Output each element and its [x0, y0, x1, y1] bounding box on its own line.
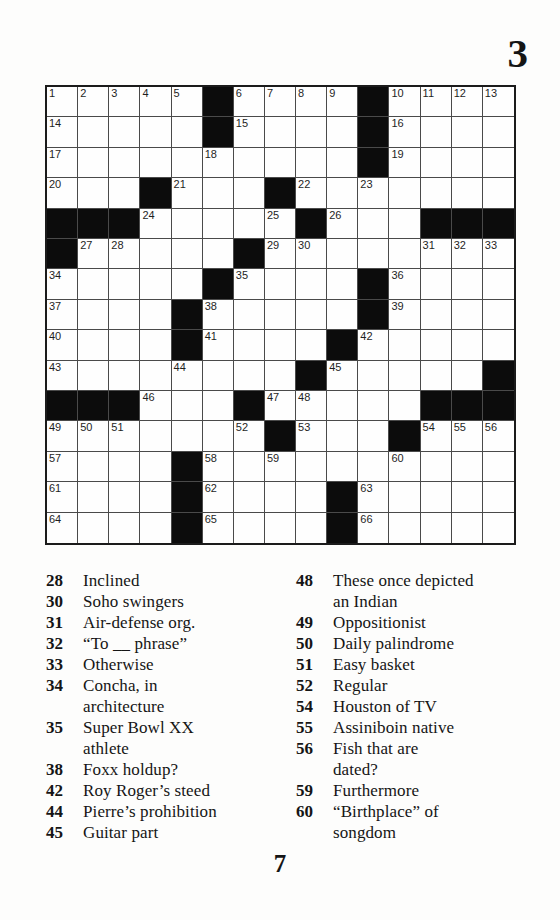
grid-cell[interactable] — [483, 452, 514, 482]
block-cell — [452, 391, 483, 421]
grid-cell[interactable] — [203, 391, 234, 421]
grid-cell[interactable]: 4 — [140, 87, 171, 117]
cell-number: 53 — [298, 421, 310, 433]
grid-cell[interactable]: 1 — [47, 87, 78, 117]
grid-cell[interactable] — [389, 209, 420, 239]
clue-line: Fish that are — [333, 738, 418, 759]
clue-item: 30Soho swingers — [46, 591, 286, 612]
grid-cell[interactable]: 33 — [483, 239, 514, 269]
grid-cell[interactable]: 16 — [389, 117, 420, 147]
grid-cell[interactable]: 49 — [47, 421, 78, 451]
clue-line: Daily palindrome — [333, 633, 454, 654]
clue-item: 51Easy basket — [296, 654, 548, 675]
clue-line: Super Bowl XX — [83, 717, 194, 738]
grid-cell[interactable] — [78, 482, 109, 512]
grid-cell[interactable] — [78, 330, 109, 360]
clue-line: “Birthplace” of — [333, 801, 439, 822]
grid-cell[interactable] — [483, 269, 514, 299]
grid-cell[interactable] — [109, 361, 140, 391]
grid-cell[interactable] — [421, 178, 452, 208]
grid-cell[interactable]: 34 — [47, 269, 78, 299]
grid-cell[interactable] — [389, 330, 420, 360]
block-cell — [358, 148, 389, 178]
grid-cell[interactable] — [421, 513, 452, 543]
grid-cell[interactable] — [327, 391, 358, 421]
grid-cell[interactable] — [78, 361, 109, 391]
grid-cell[interactable] — [389, 482, 420, 512]
grid-cell[interactable] — [327, 148, 358, 178]
grid-cell[interactable] — [78, 148, 109, 178]
clue-line: Easy basket — [333, 654, 415, 675]
grid-cell[interactable]: 56 — [483, 421, 514, 451]
cell-number: 44 — [174, 361, 186, 373]
grid-cell[interactable]: 30 — [296, 239, 327, 269]
grid-cell[interactable] — [78, 513, 109, 543]
grid-cell[interactable]: 3 — [109, 87, 140, 117]
clue-number: 28 — [46, 570, 70, 591]
grid-cell[interactable]: 48 — [296, 391, 327, 421]
cell-number: 21 — [174, 178, 186, 190]
grid-cell[interactable] — [389, 391, 420, 421]
clue-line: Oppositionist — [333, 612, 426, 633]
grid-cell[interactable]: 10 — [389, 87, 420, 117]
grid-cell[interactable] — [140, 117, 171, 147]
cell-number: 41 — [205, 330, 217, 342]
grid-cell[interactable]: 66 — [358, 513, 389, 543]
grid-cell[interactable] — [265, 513, 296, 543]
cell-number: 59 — [267, 452, 279, 464]
clue-item: 31Air-defense org. — [46, 612, 286, 633]
cell-number: 43 — [49, 361, 61, 373]
grid-cell[interactable] — [358, 239, 389, 269]
grid-cell[interactable]: 51 — [109, 421, 140, 451]
block-cell — [327, 513, 358, 543]
grid-cell[interactable] — [452, 330, 483, 360]
grid-cell[interactable]: 44 — [172, 361, 203, 391]
clue-item: 55Assiniboin native — [296, 717, 548, 738]
grid-cell[interactable]: 47 — [265, 391, 296, 421]
clue-number: 48 — [296, 570, 320, 591]
cell-number: 19 — [391, 148, 403, 160]
cell-number: 47 — [267, 391, 279, 403]
cell-number: 48 — [298, 391, 310, 403]
cell-number: 55 — [454, 421, 466, 433]
grid-cell[interactable] — [452, 117, 483, 147]
block-cell — [358, 269, 389, 299]
grid-cell[interactable]: 50 — [78, 421, 109, 451]
grid-cell[interactable] — [452, 269, 483, 299]
clue-line: “To __ phrase” — [83, 633, 187, 654]
grid-cell[interactable] — [421, 482, 452, 512]
grid-cell[interactable]: 20 — [47, 178, 78, 208]
grid-cell[interactable] — [296, 148, 327, 178]
cell-number: 58 — [205, 452, 217, 464]
grid-cell[interactable]: 55 — [452, 421, 483, 451]
grid-cell[interactable] — [389, 513, 420, 543]
clue-item: 52Regular — [296, 675, 548, 696]
cell-number: 23 — [360, 178, 372, 190]
grid-cell[interactable] — [172, 148, 203, 178]
grid-cell[interactable] — [172, 209, 203, 239]
grid-cell[interactable] — [78, 300, 109, 330]
grid-cell[interactable]: 43 — [47, 361, 78, 391]
grid-cell[interactable] — [140, 513, 171, 543]
grid-cell[interactable] — [140, 300, 171, 330]
grid-cell[interactable] — [140, 482, 171, 512]
clue-line: These once depicted — [333, 570, 474, 591]
grid-cell[interactable] — [296, 269, 327, 299]
clue-text: Furthermore — [333, 780, 419, 801]
grid-cell[interactable] — [109, 330, 140, 360]
cell-number: 13 — [485, 87, 497, 99]
block-cell — [296, 209, 327, 239]
grid-cell[interactable] — [452, 300, 483, 330]
grid-cell[interactable] — [327, 178, 358, 208]
grid-cell[interactable]: 41 — [203, 330, 234, 360]
grid-cell[interactable] — [265, 482, 296, 512]
grid-cell[interactable] — [203, 209, 234, 239]
cell-number: 42 — [360, 330, 372, 342]
cell-number: 33 — [485, 239, 497, 251]
grid-cell[interactable] — [327, 239, 358, 269]
grid-cell[interactable] — [483, 117, 514, 147]
grid-cell[interactable] — [203, 239, 234, 269]
grid-cell[interactable] — [421, 330, 452, 360]
grid-cell[interactable]: 6 — [234, 87, 265, 117]
grid-cell[interactable] — [327, 452, 358, 482]
cell-number: 26 — [329, 209, 341, 221]
grid-cell[interactable] — [140, 330, 171, 360]
grid-cell[interactable]: 42 — [358, 330, 389, 360]
grid-cell[interactable] — [140, 269, 171, 299]
grid-cell[interactable] — [78, 269, 109, 299]
cell-number: 39 — [391, 300, 403, 312]
clue-line: architecture — [83, 696, 164, 717]
grid-cell[interactable] — [234, 452, 265, 482]
grid-cell[interactable] — [234, 330, 265, 360]
cell-number: 63 — [360, 482, 372, 494]
grid-cell[interactable] — [172, 269, 203, 299]
clue-line: songdom — [333, 822, 439, 843]
grid-cell[interactable] — [234, 300, 265, 330]
clue-item: 59Furthermore — [296, 780, 548, 801]
cell-number: 18 — [205, 148, 217, 160]
clue-line: Houston of TV — [333, 696, 437, 717]
grid-cell[interactable] — [452, 148, 483, 178]
grid-cell[interactable]: 37 — [47, 300, 78, 330]
grid-cell[interactable]: 24 — [140, 209, 171, 239]
grid-cell[interactable] — [109, 513, 140, 543]
grid-cell[interactable] — [234, 178, 265, 208]
grid-cell[interactable] — [109, 269, 140, 299]
grid-cell[interactable] — [389, 178, 420, 208]
clue-item: 45Guitar part — [46, 822, 286, 843]
grid-cell[interactable]: 18 — [203, 148, 234, 178]
block-cell — [327, 482, 358, 512]
cell-number: 37 — [49, 300, 61, 312]
grid-cell[interactable] — [78, 452, 109, 482]
clue-text: Otherwise — [83, 654, 154, 675]
clue-text: “Birthplace” ofsongdom — [333, 801, 439, 843]
grid-cell[interactable]: 15 — [234, 117, 265, 147]
grid-cell[interactable] — [172, 239, 203, 269]
grid-cell[interactable]: 62 — [203, 482, 234, 512]
grid-cell[interactable]: 31 — [421, 239, 452, 269]
grid-cell[interactable] — [483, 482, 514, 512]
clue-number: 54 — [296, 696, 320, 717]
grid-cell[interactable] — [421, 361, 452, 391]
clue-line: an Indian — [333, 591, 474, 612]
grid-cell[interactable]: 58 — [203, 452, 234, 482]
grid-cell[interactable]: 17 — [47, 148, 78, 178]
grid-cell[interactable] — [358, 452, 389, 482]
grid-cell[interactable] — [234, 513, 265, 543]
grid-cell[interactable] — [296, 117, 327, 147]
cell-number: 6 — [236, 87, 242, 99]
grid-cell[interactable]: 65 — [203, 513, 234, 543]
grid-cell[interactable] — [78, 117, 109, 147]
clue-text: Soho swingers — [83, 591, 184, 612]
block-cell — [47, 391, 78, 421]
grid-cell[interactable]: 40 — [47, 330, 78, 360]
block-cell — [109, 209, 140, 239]
clue-line: Guitar part — [83, 822, 158, 843]
grid-cell[interactable] — [265, 361, 296, 391]
clue-text: Daily palindrome — [333, 633, 454, 654]
grid-cell[interactable] — [172, 421, 203, 451]
clue-text: Pierre’s prohibition — [83, 801, 217, 822]
grid-cell[interactable] — [265, 300, 296, 330]
grid-cell[interactable]: 22 — [296, 178, 327, 208]
grid-cell[interactable] — [296, 452, 327, 482]
grid-cell[interactable] — [327, 269, 358, 299]
cell-number: 45 — [329, 361, 341, 373]
grid-cell[interactable]: 9 — [327, 87, 358, 117]
grid-cell[interactable] — [452, 452, 483, 482]
clue-line: Concha, in — [83, 675, 164, 696]
cell-number: 30 — [298, 239, 310, 251]
grid-cell[interactable]: 46 — [140, 391, 171, 421]
grid-cell[interactable] — [140, 148, 171, 178]
grid-cell[interactable]: 52 — [234, 421, 265, 451]
clue-text: Roy Roger’s steed — [83, 780, 210, 801]
grid-cell[interactable] — [234, 482, 265, 512]
grid-cell[interactable] — [327, 300, 358, 330]
grid-cell[interactable] — [140, 452, 171, 482]
grid-cell[interactable] — [203, 178, 234, 208]
grid-cell[interactable] — [203, 421, 234, 451]
grid-cell[interactable]: 28 — [109, 239, 140, 269]
grid-cell[interactable] — [483, 148, 514, 178]
clues-column-right: 48These once depictedan Indian49Oppositi… — [296, 570, 548, 843]
grid-cell[interactable] — [358, 361, 389, 391]
grid-cell[interactable]: 25 — [265, 209, 296, 239]
cell-number: 2 — [80, 87, 86, 99]
grid-cell[interactable]: 13 — [483, 87, 514, 117]
grid-cell[interactable]: 59 — [265, 452, 296, 482]
grid-cell[interactable] — [483, 513, 514, 543]
clue-number: 59 — [296, 780, 320, 801]
clue-text: Super Bowl XXathlete — [83, 717, 194, 759]
clue-number: 42 — [46, 780, 70, 801]
clue-line: Assiniboin native — [333, 717, 454, 738]
grid-cell[interactable] — [234, 148, 265, 178]
clue-item: 34Concha, inarchitecture — [46, 675, 286, 717]
grid-cell[interactable] — [109, 117, 140, 147]
clue-number: 44 — [46, 801, 70, 822]
grid-cell[interactable] — [234, 209, 265, 239]
cell-number: 65 — [205, 513, 217, 525]
grid-cell[interactable] — [327, 421, 358, 451]
clue-item: 54Houston of TV — [296, 696, 548, 717]
grid-cell[interactable] — [140, 421, 171, 451]
block-cell — [421, 209, 452, 239]
grid-cell[interactable] — [483, 330, 514, 360]
block-cell — [358, 87, 389, 117]
grid-cell[interactable]: 2 — [78, 87, 109, 117]
grid-cell[interactable] — [203, 361, 234, 391]
grid-cell[interactable] — [296, 513, 327, 543]
block-cell — [234, 239, 265, 269]
grid-cell[interactable] — [421, 148, 452, 178]
cell-number: 20 — [49, 178, 61, 190]
cell-number: 57 — [49, 452, 61, 464]
grid-cell[interactable] — [265, 269, 296, 299]
grid-cell[interactable] — [172, 117, 203, 147]
grid-cell[interactable] — [358, 421, 389, 451]
cell-number: 22 — [298, 178, 310, 190]
grid-cell[interactable]: 5 — [172, 87, 203, 117]
grid-cell[interactable] — [265, 117, 296, 147]
block-cell — [358, 300, 389, 330]
grid-cell[interactable] — [109, 482, 140, 512]
grid-cell[interactable]: 53 — [296, 421, 327, 451]
grid-cell[interactable] — [172, 391, 203, 421]
grid-cell[interactable]: 63 — [358, 482, 389, 512]
grid-cell[interactable]: 60 — [389, 452, 420, 482]
clue-text: Foxx holdup? — [83, 759, 178, 780]
grid-cell[interactable] — [265, 148, 296, 178]
cell-number: 64 — [49, 513, 61, 525]
grid-cell[interactable] — [296, 300, 327, 330]
grid-cell[interactable] — [483, 178, 514, 208]
block-cell — [234, 391, 265, 421]
clue-line: Regular — [333, 675, 388, 696]
clue-text: Oppositionist — [333, 612, 426, 633]
grid-cell[interactable] — [452, 482, 483, 512]
grid-cell[interactable] — [109, 178, 140, 208]
grid-cell[interactable] — [358, 391, 389, 421]
grid-cell[interactable] — [265, 330, 296, 360]
grid-cell[interactable] — [109, 300, 140, 330]
grid-cell[interactable]: 14 — [47, 117, 78, 147]
grid-cell[interactable] — [421, 117, 452, 147]
clue-line: Roy Roger’s steed — [83, 780, 210, 801]
clue-text: Regular — [333, 675, 388, 696]
grid-cell[interactable] — [421, 300, 452, 330]
cell-number: 10 — [391, 87, 403, 99]
clue-number: 55 — [296, 717, 320, 738]
clue-line: Soho swingers — [83, 591, 184, 612]
grid-cell[interactable]: 26 — [327, 209, 358, 239]
grid-cell[interactable] — [78, 178, 109, 208]
grid-cell[interactable] — [389, 361, 420, 391]
block-cell — [296, 361, 327, 391]
grid-cell[interactable] — [483, 300, 514, 330]
grid-cell[interactable] — [358, 209, 389, 239]
block-cell — [172, 452, 203, 482]
grid-cell[interactable]: 19 — [389, 148, 420, 178]
grid-cell[interactable]: 23 — [358, 178, 389, 208]
grid-cell[interactable]: 57 — [47, 452, 78, 482]
grid-cell[interactable] — [421, 452, 452, 482]
grid-cell[interactable]: 39 — [389, 300, 420, 330]
cell-number: 4 — [142, 87, 148, 99]
grid-cell[interactable]: 11 — [421, 87, 452, 117]
grid-cell[interactable]: 45 — [327, 361, 358, 391]
clue-text: Fish that aredated? — [333, 738, 418, 780]
grid-cell[interactable]: 29 — [265, 239, 296, 269]
grid-cell[interactable]: 36 — [389, 269, 420, 299]
clue-item: 60“Birthplace” ofsongdom — [296, 801, 548, 843]
crossword-grid: 1234567891011121314151617181920212223242… — [45, 85, 516, 545]
grid-cell[interactable] — [296, 330, 327, 360]
grid-cell[interactable]: 12 — [452, 87, 483, 117]
grid-cell[interactable]: 64 — [47, 513, 78, 543]
grid-cell[interactable] — [327, 117, 358, 147]
grid-cell[interactable] — [421, 269, 452, 299]
grid-cell[interactable]: 21 — [172, 178, 203, 208]
grid-cell[interactable] — [452, 361, 483, 391]
clue-text: Air-defense org. — [83, 612, 195, 633]
cell-number: 62 — [205, 482, 217, 494]
grid-cell[interactable]: 27 — [78, 239, 109, 269]
grid-cell[interactable] — [140, 361, 171, 391]
grid-cell[interactable] — [109, 148, 140, 178]
grid-cell[interactable]: 8 — [296, 87, 327, 117]
cell-number: 36 — [391, 269, 403, 281]
cell-number: 61 — [49, 482, 61, 494]
grid-cell[interactable]: 38 — [203, 300, 234, 330]
block-cell — [172, 300, 203, 330]
cell-number: 29 — [267, 239, 279, 251]
cell-number: 52 — [236, 421, 248, 433]
cell-number: 51 — [111, 421, 123, 433]
cell-number: 11 — [423, 87, 434, 99]
grid-cell[interactable]: 7 — [265, 87, 296, 117]
grid-cell[interactable]: 32 — [452, 239, 483, 269]
grid-cell[interactable]: 61 — [47, 482, 78, 512]
block-cell — [265, 178, 296, 208]
grid-cell[interactable] — [389, 239, 420, 269]
clue-text: Easy basket — [333, 654, 415, 675]
grid-cell[interactable] — [109, 452, 140, 482]
block-cell — [483, 361, 514, 391]
grid-cell[interactable]: 54 — [421, 421, 452, 451]
block-cell — [172, 482, 203, 512]
block-cell — [358, 117, 389, 147]
grid-cell[interactable] — [452, 178, 483, 208]
grid-cell[interactable]: 35 — [234, 269, 265, 299]
clue-item: 35Super Bowl XXathlete — [46, 717, 286, 759]
grid-cell[interactable] — [140, 239, 171, 269]
cell-number: 66 — [360, 513, 372, 525]
block-cell — [172, 513, 203, 543]
grid-cell[interactable] — [296, 482, 327, 512]
grid-cell[interactable] — [234, 361, 265, 391]
grid-cell[interactable] — [452, 513, 483, 543]
puzzle-page: 3 12345678910111213141516171819202122232… — [0, 0, 560, 920]
